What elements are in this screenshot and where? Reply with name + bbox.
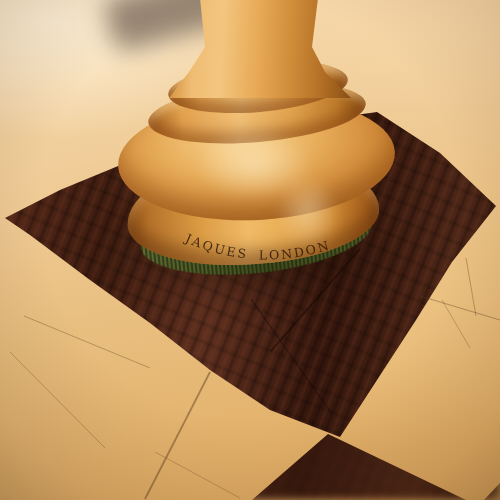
maker-stamp: JAQUES LONDON xyxy=(0,0,500,500)
maker-stamp-textpath: JAQUES LONDON xyxy=(181,230,332,263)
maker-stamp-text: JAQUES LONDON xyxy=(181,230,332,263)
chessboard-macro-photo: JAQUES LONDON xyxy=(0,0,500,500)
